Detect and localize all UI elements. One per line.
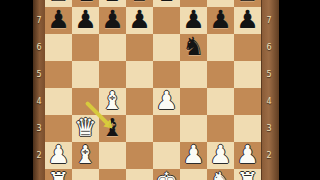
square-d7[interactable]: ♟ (126, 7, 153, 34)
square-a1[interactable]: ♜ (45, 169, 72, 180)
piece-white-rook-a1[interactable]: ♜ (47, 168, 69, 180)
chess-diagram: ♜♞♝♛♚♜♟♟♟♟♟♟♟♞♝♟♛♝♟♝♟♟♟♜♚♞♜ 765432765432 (0, 0, 320, 180)
rank-label-left-2: 2 (33, 151, 45, 160)
rank-label-right-4: 4 (263, 97, 275, 106)
square-e3[interactable] (153, 115, 180, 142)
square-h1[interactable]: ♜ (234, 169, 261, 180)
piece-black-bishop-c3[interactable]: ♝ (101, 114, 123, 141)
piece-black-king-e8[interactable]: ♚ (155, 0, 177, 6)
piece-black-knight-f6[interactable]: ♞ (182, 33, 204, 60)
piece-white-rook-h1[interactable]: ♜ (236, 168, 258, 180)
square-h6[interactable] (234, 34, 261, 61)
rank-label-right-5: 5 (263, 70, 275, 79)
square-g6[interactable] (207, 34, 234, 61)
square-a2[interactable]: ♟ (45, 142, 72, 169)
piece-white-pawn-g2[interactable]: ♟ (209, 141, 231, 168)
square-e2[interactable] (153, 142, 180, 169)
square-a7[interactable]: ♟ (45, 7, 72, 34)
square-d3[interactable] (126, 115, 153, 142)
rank-label-right-7: 7 (263, 16, 275, 25)
square-f7[interactable]: ♟ (180, 7, 207, 34)
piece-black-pawn-f7[interactable]: ♟ (182, 6, 204, 33)
rank-label-right-6: 6 (263, 43, 275, 52)
piece-white-pawn-e4[interactable]: ♟ (155, 87, 177, 114)
square-c4[interactable]: ♝ (99, 88, 126, 115)
square-h5[interactable] (234, 61, 261, 88)
square-e5[interactable] (153, 61, 180, 88)
square-e4[interactable]: ♟ (153, 88, 180, 115)
square-f2[interactable]: ♟ (180, 142, 207, 169)
square-f4[interactable] (180, 88, 207, 115)
square-e7[interactable] (153, 7, 180, 34)
square-d6[interactable] (126, 34, 153, 61)
piece-black-pawn-d7[interactable]: ♟ (128, 6, 150, 33)
square-c7[interactable]: ♟ (99, 7, 126, 34)
square-g1[interactable]: ♞ (207, 169, 234, 180)
piece-black-pawn-a7[interactable]: ♟ (47, 6, 69, 33)
square-f1[interactable] (180, 169, 207, 180)
square-h4[interactable] (234, 88, 261, 115)
square-g3[interactable] (207, 115, 234, 142)
square-b4[interactable] (72, 88, 99, 115)
square-a5[interactable] (45, 61, 72, 88)
square-c3[interactable]: ♝ (99, 115, 126, 142)
piece-white-pawn-f2[interactable]: ♟ (182, 141, 204, 168)
square-b6[interactable] (72, 34, 99, 61)
piece-black-pawn-b7[interactable]: ♟ (74, 6, 96, 33)
square-c6[interactable] (99, 34, 126, 61)
square-e6[interactable] (153, 34, 180, 61)
rank-label-left-3: 3 (33, 124, 45, 133)
piece-white-pawn-h2[interactable]: ♟ (236, 141, 258, 168)
piece-black-pawn-h7[interactable]: ♟ (236, 6, 258, 33)
square-c2[interactable] (99, 142, 126, 169)
rank-label-left-6: 6 (33, 43, 45, 52)
square-h7[interactable]: ♟ (234, 7, 261, 34)
rank-label-left-5: 5 (33, 70, 45, 79)
rank-label-left-4: 4 (33, 97, 45, 106)
square-d4[interactable] (126, 88, 153, 115)
square-f6[interactable]: ♞ (180, 34, 207, 61)
square-e8[interactable]: ♚ (153, 0, 180, 7)
square-f5[interactable] (180, 61, 207, 88)
square-b2[interactable]: ♝ (72, 142, 99, 169)
piece-white-king-e1[interactable]: ♚ (155, 168, 177, 180)
square-g5[interactable] (207, 61, 234, 88)
square-b3[interactable]: ♛ (72, 115, 99, 142)
piece-black-pawn-g7[interactable]: ♟ (209, 6, 231, 33)
square-f3[interactable] (180, 115, 207, 142)
piece-black-pawn-c7[interactable]: ♟ (101, 6, 123, 33)
square-e1[interactable]: ♚ (153, 169, 180, 180)
square-g2[interactable]: ♟ (207, 142, 234, 169)
square-d5[interactable] (126, 61, 153, 88)
square-a4[interactable] (45, 88, 72, 115)
square-a3[interactable] (45, 115, 72, 142)
piece-white-bishop-c4[interactable]: ♝ (101, 87, 123, 114)
square-g4[interactable] (207, 88, 234, 115)
piece-white-knight-g1[interactable]: ♞ (209, 168, 231, 180)
piece-white-pawn-a2[interactable]: ♟ (47, 141, 69, 168)
square-h2[interactable]: ♟ (234, 142, 261, 169)
square-d2[interactable] (126, 142, 153, 169)
chess-board[interactable]: ♜♞♝♛♚♜♟♟♟♟♟♟♟♞♝♟♛♝♟♝♟♟♟♜♚♞♜ (45, 0, 261, 180)
square-b5[interactable] (72, 61, 99, 88)
square-c1[interactable] (99, 169, 126, 180)
square-d1[interactable] (126, 169, 153, 180)
square-b7[interactable]: ♟ (72, 7, 99, 34)
square-c5[interactable] (99, 61, 126, 88)
piece-white-queen-b3[interactable]: ♛ (74, 114, 96, 141)
square-g7[interactable]: ♟ (207, 7, 234, 34)
rank-label-right-3: 3 (263, 124, 275, 133)
square-a6[interactable] (45, 34, 72, 61)
square-b1[interactable] (72, 169, 99, 180)
rank-label-right-2: 2 (263, 151, 275, 160)
rank-label-left-7: 7 (33, 16, 45, 25)
square-h3[interactable] (234, 115, 261, 142)
piece-white-bishop-b2[interactable]: ♝ (74, 141, 96, 168)
